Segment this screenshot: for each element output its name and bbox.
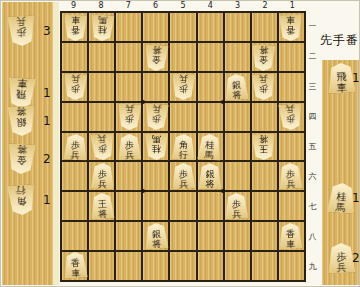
koma-char: 歩 [151,113,161,123]
square-1-7[interactable] [279,192,304,220]
koma-char: 歩 [259,84,268,94]
koma-char: 銀 [151,229,160,239]
file-label-1: 1 [279,1,306,10]
koma-char: 歩 [125,113,134,123]
file-label-6: 6 [142,1,169,10]
koma-char: 兵 [286,179,295,189]
square-5-1[interactable] [170,13,195,41]
square-4-4[interactable] [198,103,223,131]
hand-piece-sente-fuhyo[interactable]: 歩兵 [328,243,355,273]
square-2-1[interactable] [252,13,277,41]
square-5-4[interactable] [170,103,195,131]
koma-char: 飛 [16,89,27,101]
file-label-5: 5 [169,1,196,10]
square-3-8[interactable] [225,222,250,250]
file-label-7: 7 [115,1,142,10]
koma-char: 飛 [336,71,347,83]
koma-char: 馬 [335,202,346,214]
koma-char: 銀 [16,117,26,128]
koma-char: 将 [98,209,107,219]
koma-char: 歩 [16,27,27,39]
hand-count-gote-ginsho: 1 [43,115,51,127]
square-4-8[interactable] [198,222,223,250]
koma-char: 車 [286,239,295,249]
koma-char: 将 [17,144,28,156]
koma-char: 香 [286,24,295,34]
square-9-6[interactable] [62,162,87,190]
koma-char: 歩 [71,84,80,94]
koma-char: 馬 [152,134,161,144]
koma-char: 馬 [98,15,107,25]
square-3-6[interactable] [225,162,250,190]
koma-char: 金 [151,54,160,64]
square-5-9[interactable] [170,252,195,280]
hand-piece-sente-hisha[interactable]: 飛車 [328,63,355,93]
tray-board-divider [53,2,59,285]
square-9-4[interactable] [62,103,87,131]
square-9-2[interactable] [62,43,87,71]
square-4-9[interactable] [198,252,223,280]
square-2-7[interactable] [252,192,277,220]
koma-char: 兵 [70,150,79,160]
koma-char: 兵 [285,104,295,114]
square-5-7[interactable] [170,192,195,220]
rank-label-1: 一 [306,11,319,41]
hand-count-sente-fuhyo: 2 [352,252,360,264]
square-6-9[interactable] [143,252,168,280]
koma-char: 玉 [259,143,268,153]
square-8-3[interactable] [89,73,114,101]
koma-char: 兵 [179,74,188,84]
koma-char: 車 [17,78,28,90]
file-coordinate-labels: 987654321 [60,1,306,10]
square-9-7[interactable] [62,192,87,220]
square-1-2[interactable] [279,43,304,71]
rank-label-4: 四 [306,101,319,131]
koma-char: 金 [259,54,268,64]
koma-char: 兵 [337,262,347,273]
square-4-2[interactable] [198,43,223,71]
koma-char: 香 [286,229,295,239]
square-4-7[interactable] [198,192,223,220]
koma-char: 車 [71,268,81,278]
koma-char: 桂 [205,140,215,150]
koma-char: 金 [16,155,27,167]
sente-captured-tray: 飛車1桂馬1歩兵2 [322,60,359,285]
square-3-2[interactable] [225,43,250,71]
square-4-1[interactable] [198,13,223,41]
square-1-3[interactable] [279,73,304,101]
square-3-1[interactable] [225,13,250,41]
koma-char: 兵 [125,104,134,114]
square-7-9[interactable] [116,252,141,280]
rank-label-2: 二 [306,41,319,71]
koma-char: 桂 [152,143,161,153]
square-2-4[interactable] [252,103,277,131]
koma-char: 兵 [97,133,107,143]
hand-piece-sente-keima[interactable]: 桂馬 [328,183,355,213]
koma-char: 歩 [71,140,80,150]
koma-char: 歩 [336,251,346,262]
rank-label-6: 六 [306,162,319,192]
koma-char: 将 [259,44,268,54]
square-7-7[interactable] [116,192,141,220]
file-label-9: 9 [60,1,87,10]
hand-count-sente-hisha: 1 [352,72,360,84]
file-label-2: 2 [251,1,278,10]
koma-char: 歩 [125,140,134,150]
koma-char: 兵 [71,74,80,84]
file-label-4: 4 [197,1,224,10]
square-6-3[interactable] [143,73,168,101]
koma-char: 車 [71,15,80,25]
koma-char: 兵 [259,74,268,84]
koma-char: 桂 [336,191,347,203]
rank-label-8: 八 [306,222,319,252]
square-4-3[interactable] [198,73,223,101]
file-label-8: 8 [87,1,114,10]
square-7-3[interactable] [116,73,141,101]
square-7-2[interactable] [116,43,141,71]
square-9-8[interactable] [62,222,87,250]
square-7-8[interactable] [116,222,141,250]
square-8-4[interactable] [89,103,114,131]
square-3-4[interactable] [225,103,250,131]
koma-char: 将 [259,133,268,143]
rank-coordinate-labels: 一二三四五六七八九 [306,11,319,282]
hand-count-sente-keima: 1 [352,192,360,204]
hand-piece-gote-fuhyo[interactable]: 歩兵 [8,16,35,46]
hand-count-gote-kakugyo: 1 [43,194,51,206]
rank-label-7: 七 [306,192,319,222]
square-6-6[interactable] [143,162,168,190]
hand-piece-gote-kinsho[interactable]: 金将 [8,144,35,174]
square-8-2[interactable] [89,43,114,71]
koma-char: 兵 [98,180,107,190]
koma-char: 車 [337,82,348,94]
koma-char: 角 [16,196,27,208]
koma-char: 行 [178,150,187,160]
koma-char: 兵 [152,104,162,114]
hand-piece-gote-hisha[interactable]: 飛車 [8,78,35,108]
piece-sente-ginsho-46[interactable]: 銀将 [198,163,221,189]
square-6-7[interactable] [143,192,168,220]
square-2-8[interactable] [252,222,277,250]
square-8-8[interactable] [89,222,114,250]
koma-char: 兵 [16,16,27,28]
hand-count-gote-kinsho: 2 [43,153,51,165]
gote-captured-tray: 歩兵3飛車1銀将1金将2角行1 [2,2,53,285]
koma-char: 歩 [178,84,187,94]
square-5-2[interactable] [170,43,195,71]
square-1-9[interactable] [279,252,304,280]
square-6-1[interactable] [143,13,168,41]
koma-char: 角 [178,140,187,150]
square-2-6[interactable] [252,162,277,190]
square-2-9[interactable] [252,252,277,280]
square-5-8[interactable] [170,222,195,250]
koma-char: 将 [233,90,243,100]
koma-char: 将 [205,180,214,190]
shogi-diagram: { "game": "shogi", "turn_indicator": "先手… [0,0,360,287]
rank-label-3: 三 [306,71,319,101]
koma-char: 兵 [179,179,188,189]
hand-piece-gote-ginsho[interactable]: 銀将 [8,106,35,136]
koma-char: 兵 [125,150,134,160]
square-3-9[interactable] [225,252,250,280]
square-8-9[interactable] [89,252,114,280]
koma-char: 馬 [204,150,214,160]
koma-char: 車 [286,15,295,25]
rank-label-5: 五 [306,131,319,161]
hand-count-gote-hisha: 1 [43,87,51,99]
rank-label-9: 九 [306,252,319,282]
square-7-1[interactable] [116,13,141,41]
hand-piece-gote-kakugyo[interactable]: 角行 [8,185,35,215]
koma-char: 将 [152,239,161,249]
turn-indicator: 先手番 [320,32,360,49]
koma-char: 桂 [98,24,107,34]
koma-char: 歩 [286,113,296,123]
square-3-5[interactable] [225,133,250,161]
hand-count-gote-fuhyo: 3 [43,25,51,37]
koma-char: 将 [16,106,26,117]
koma-char: 将 [152,44,161,54]
koma-char: 香 [71,24,80,34]
square-1-5[interactable] [279,133,304,161]
koma-char: 兵 [232,209,241,219]
koma-char: 行 [15,185,26,197]
file-label-3: 3 [224,1,251,10]
square-7-6[interactable] [116,162,141,190]
